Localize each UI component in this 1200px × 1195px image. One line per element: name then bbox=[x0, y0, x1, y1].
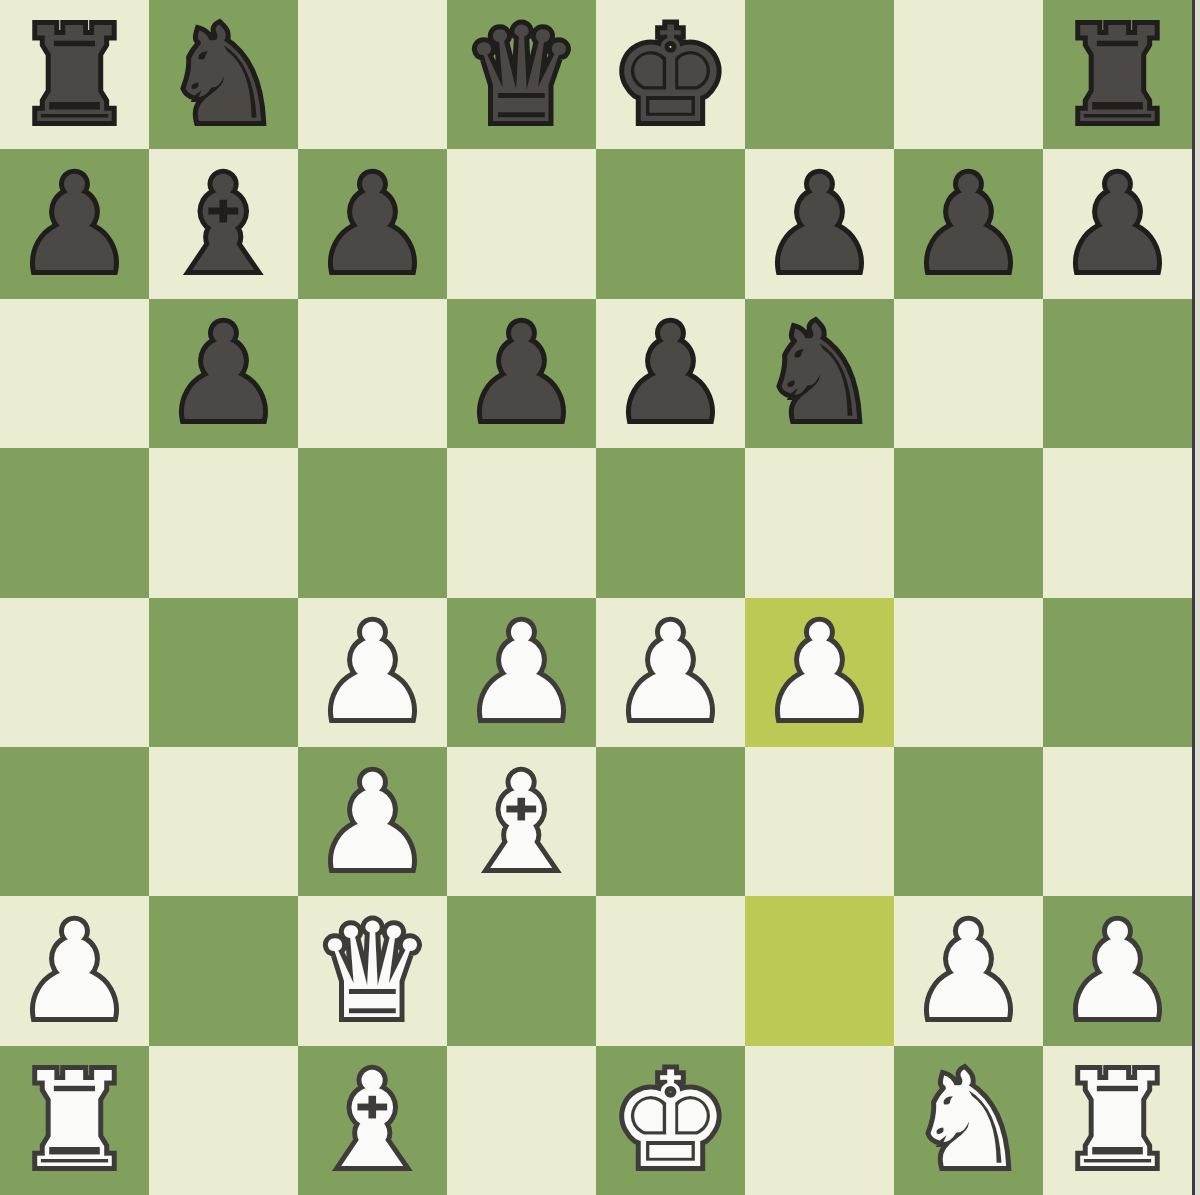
square-d7[interactable] bbox=[447, 149, 596, 298]
square-h6[interactable] bbox=[1043, 299, 1192, 448]
square-a4[interactable] bbox=[0, 598, 149, 747]
black-pawn[interactable] bbox=[894, 149, 1043, 298]
square-h7[interactable] bbox=[1043, 149, 1192, 298]
black-knight[interactable] bbox=[745, 299, 894, 448]
square-f3[interactable] bbox=[745, 747, 894, 896]
white-pawn[interactable] bbox=[298, 598, 447, 747]
square-d2[interactable] bbox=[447, 896, 596, 1045]
right-edge-strip bbox=[1192, 0, 1200, 1195]
white-pawn[interactable] bbox=[894, 896, 1043, 1045]
square-b1[interactable] bbox=[149, 1046, 298, 1195]
square-d5[interactable] bbox=[447, 448, 596, 597]
square-e3[interactable] bbox=[596, 747, 745, 896]
square-g7[interactable] bbox=[894, 149, 1043, 298]
square-e5[interactable] bbox=[596, 448, 745, 597]
square-d8[interactable] bbox=[447, 0, 596, 149]
square-c6[interactable] bbox=[298, 299, 447, 448]
black-pawn[interactable] bbox=[745, 149, 894, 298]
square-c8[interactable] bbox=[298, 0, 447, 149]
square-f5[interactable] bbox=[745, 448, 894, 597]
square-h3[interactable] bbox=[1043, 747, 1192, 896]
square-b3[interactable] bbox=[149, 747, 298, 896]
square-d3[interactable] bbox=[447, 747, 596, 896]
white-queen[interactable] bbox=[298, 896, 447, 1045]
square-g4[interactable] bbox=[894, 598, 1043, 747]
white-pawn[interactable] bbox=[596, 598, 745, 747]
square-c1[interactable] bbox=[298, 1046, 447, 1195]
square-b8[interactable] bbox=[149, 0, 298, 149]
white-bishop[interactable] bbox=[447, 747, 596, 896]
square-h1[interactable] bbox=[1043, 1046, 1192, 1195]
square-h8[interactable] bbox=[1043, 0, 1192, 149]
square-e2[interactable] bbox=[596, 896, 745, 1045]
chess-app bbox=[0, 0, 1200, 1195]
square-a3[interactable] bbox=[0, 747, 149, 896]
black-pawn[interactable] bbox=[298, 149, 447, 298]
square-h4[interactable] bbox=[1043, 598, 1192, 747]
square-c3[interactable] bbox=[298, 747, 447, 896]
square-c5[interactable] bbox=[298, 448, 447, 597]
square-a8[interactable] bbox=[0, 0, 149, 149]
white-pawn[interactable] bbox=[1043, 896, 1192, 1045]
square-e7[interactable] bbox=[596, 149, 745, 298]
square-e4[interactable] bbox=[596, 598, 745, 747]
black-pawn[interactable] bbox=[447, 299, 596, 448]
white-bishop[interactable] bbox=[298, 1046, 447, 1195]
square-b7[interactable] bbox=[149, 149, 298, 298]
white-rook[interactable] bbox=[0, 1046, 149, 1195]
square-d4[interactable] bbox=[447, 598, 596, 747]
square-f1[interactable] bbox=[745, 1046, 894, 1195]
square-f8[interactable] bbox=[745, 0, 894, 149]
square-h2[interactable] bbox=[1043, 896, 1192, 1045]
square-f7[interactable] bbox=[745, 149, 894, 298]
black-pawn[interactable] bbox=[0, 149, 149, 298]
square-a1[interactable] bbox=[0, 1046, 149, 1195]
chess-board[interactable] bbox=[0, 0, 1192, 1195]
square-c2[interactable] bbox=[298, 896, 447, 1045]
square-g6[interactable] bbox=[894, 299, 1043, 448]
white-pawn[interactable] bbox=[298, 747, 447, 896]
black-rook[interactable] bbox=[1043, 0, 1192, 149]
square-d1[interactable] bbox=[447, 1046, 596, 1195]
square-e1[interactable] bbox=[596, 1046, 745, 1195]
square-h5[interactable] bbox=[1043, 448, 1192, 597]
square-a2[interactable] bbox=[0, 896, 149, 1045]
black-pawn[interactable] bbox=[596, 299, 745, 448]
square-a7[interactable] bbox=[0, 149, 149, 298]
square-b6[interactable] bbox=[149, 299, 298, 448]
square-b5[interactable] bbox=[149, 448, 298, 597]
white-pawn[interactable] bbox=[447, 598, 596, 747]
square-e8[interactable] bbox=[596, 0, 745, 149]
square-c4[interactable] bbox=[298, 598, 447, 747]
square-g2[interactable] bbox=[894, 896, 1043, 1045]
black-bishop[interactable] bbox=[149, 149, 298, 298]
black-queen[interactable] bbox=[447, 0, 596, 149]
square-a5[interactable] bbox=[0, 448, 149, 597]
square-a6[interactable] bbox=[0, 299, 149, 448]
black-rook[interactable] bbox=[0, 0, 149, 149]
square-g5[interactable] bbox=[894, 448, 1043, 597]
black-pawn[interactable] bbox=[149, 299, 298, 448]
square-b4[interactable] bbox=[149, 598, 298, 747]
square-f2[interactable] bbox=[745, 896, 894, 1045]
square-g8[interactable] bbox=[894, 0, 1043, 149]
black-knight[interactable] bbox=[149, 0, 298, 149]
white-pawn[interactable] bbox=[0, 896, 149, 1045]
black-pawn[interactable] bbox=[1043, 149, 1192, 298]
square-f4[interactable] bbox=[745, 598, 894, 747]
white-rook[interactable] bbox=[1043, 1046, 1192, 1195]
square-g3[interactable] bbox=[894, 747, 1043, 896]
square-b2[interactable] bbox=[149, 896, 298, 1045]
square-e6[interactable] bbox=[596, 299, 745, 448]
square-g1[interactable] bbox=[894, 1046, 1043, 1195]
white-pawn[interactable] bbox=[745, 598, 894, 747]
black-king[interactable] bbox=[596, 0, 745, 149]
square-f6[interactable] bbox=[745, 299, 894, 448]
square-d6[interactable] bbox=[447, 299, 596, 448]
white-knight[interactable] bbox=[894, 1046, 1043, 1195]
white-king[interactable] bbox=[596, 1046, 745, 1195]
square-c7[interactable] bbox=[298, 149, 447, 298]
